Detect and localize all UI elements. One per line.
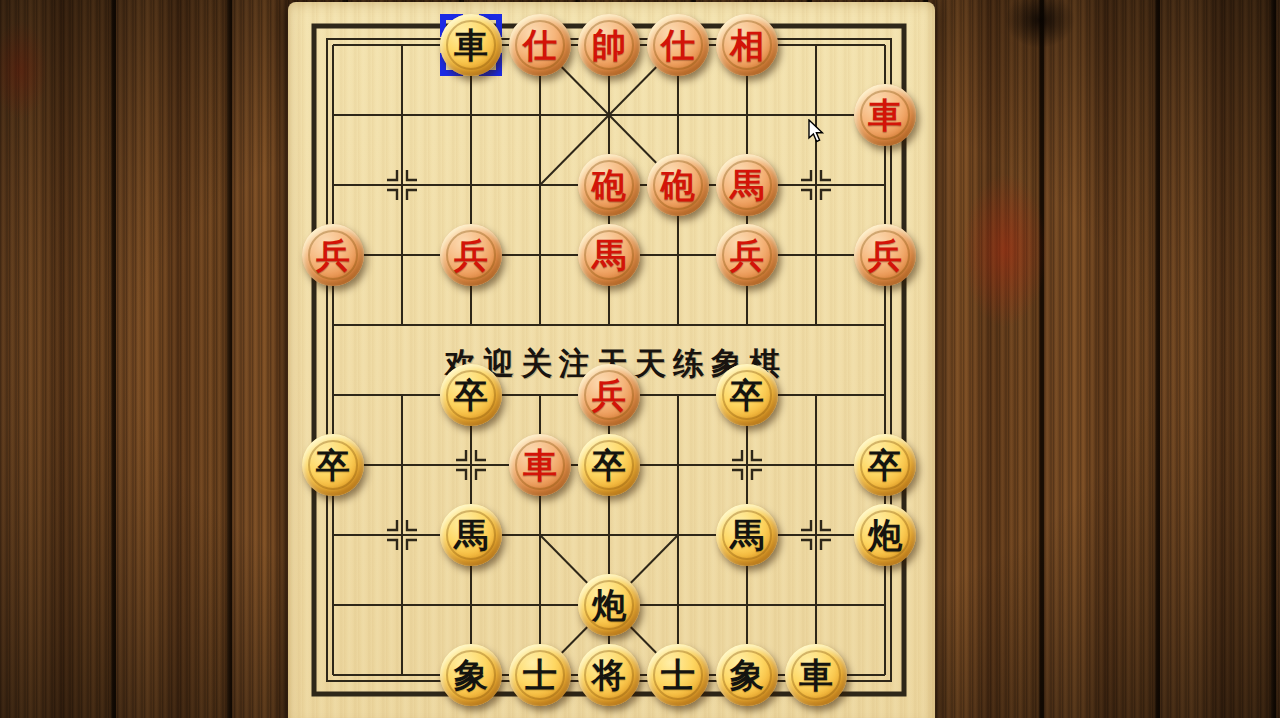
piece-black[interactable]: 卒 [302, 434, 364, 496]
piece-black[interactable]: 士 [509, 644, 571, 706]
piece-red[interactable]: 兵 [302, 224, 364, 286]
piece-black[interactable]: 炮 [854, 504, 916, 566]
piece-black[interactable]: 車 [440, 14, 502, 76]
piece-black[interactable]: 士 [647, 644, 709, 706]
piece-red[interactable]: 仕 [509, 14, 571, 76]
piece-black[interactable]: 象 [440, 644, 502, 706]
piece-black[interactable]: 馬 [716, 504, 778, 566]
piece-red[interactable]: 砲 [647, 154, 709, 216]
piece-red[interactable]: 相 [716, 14, 778, 76]
piece-black[interactable]: 卒 [578, 434, 640, 496]
piece-black[interactable]: 炮 [578, 574, 640, 636]
piece-black[interactable]: 卒 [716, 364, 778, 426]
piece-red[interactable]: 兵 [578, 364, 640, 426]
xiangqi-board[interactable]: 欢迎关注天天练象棋 車仕帥仕相車砲砲馬兵兵馬兵兵卒兵卒卒車卒卒馬馬炮炮象士将士象… [288, 2, 935, 718]
piece-black[interactable]: 将 [578, 644, 640, 706]
piece-red[interactable]: 帥 [578, 14, 640, 76]
piece-black[interactable]: 卒 [854, 434, 916, 496]
piece-red[interactable]: 兵 [854, 224, 916, 286]
piece-red[interactable]: 仕 [647, 14, 709, 76]
piece-red[interactable]: 砲 [578, 154, 640, 216]
piece-red[interactable]: 馬 [578, 224, 640, 286]
piece-black[interactable]: 馬 [440, 504, 502, 566]
piece-red[interactable]: 兵 [440, 224, 502, 286]
piece-black[interactable]: 象 [716, 644, 778, 706]
piece-red[interactable]: 車 [509, 434, 571, 496]
piece-red[interactable]: 馬 [716, 154, 778, 216]
piece-black[interactable]: 卒 [440, 364, 502, 426]
piece-red[interactable]: 車 [854, 84, 916, 146]
piece-black[interactable]: 車 [785, 644, 847, 706]
piece-red[interactable]: 兵 [716, 224, 778, 286]
